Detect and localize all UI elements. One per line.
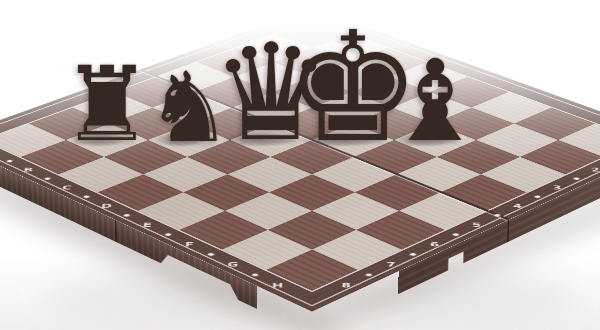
pieces-layer: ♜♞♛♚♝	[0, 0, 600, 330]
piece-black-rook[interactable]: ♜	[61, 53, 153, 156]
product-photo-stage: ABCDEFGH12345678 ♜♞♛♚♝	[0, 0, 600, 330]
piece-black-bishop[interactable]: ♝	[384, 45, 485, 158]
